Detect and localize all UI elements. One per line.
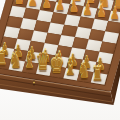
clasp-icon bbox=[33, 81, 35, 83]
board-grid: ♜♞♝♛♚♝♞♜♟♟♟♟♟♟♟♟♟♟♟♟♟♟♟♟♜♞♝♛♚♝♞♜ bbox=[0, 0, 120, 85]
chess-set-photo: ♜♞♝♛♚♝♞♜♟♟♟♟♟♟♟♟♟♟♟♟♟♟♟♟♜♞♝♛♚♝♞♜ bbox=[0, 0, 120, 120]
square-h1: ♜ bbox=[91, 72, 108, 84]
board-projection: ♜♞♝♛♚♝♞♜♟♟♟♟♟♟♟♟♟♟♟♟♟♟♟♟♜♞♝♛♚♝♞♜ bbox=[12, 0, 120, 74]
